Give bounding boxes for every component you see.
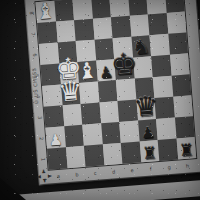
board-square-h1: ♜ xyxy=(176,137,196,159)
board-square-f2: ♟ xyxy=(138,119,158,141)
rank-label: 8 xyxy=(21,8,43,18)
board-square-h4 xyxy=(171,74,191,96)
board-square-g2 xyxy=(156,118,176,140)
file-label: h xyxy=(178,161,197,170)
board-square-c7 xyxy=(74,19,94,41)
board-square-b4: ♛ xyxy=(61,83,81,105)
pawn-logo-icon: ♟ xyxy=(42,178,47,183)
board-square-e5: ♚ xyxy=(114,58,134,80)
board-square-e7 xyxy=(111,16,131,38)
file-label: d xyxy=(104,167,123,176)
board-square-b2 xyxy=(64,125,84,147)
board-square-f3: ♛ xyxy=(136,98,156,120)
board-square-g4 xyxy=(153,76,173,98)
black-knight: ♞ xyxy=(131,36,150,57)
board-square-g1 xyxy=(158,139,178,161)
board-square-b7 xyxy=(56,20,76,42)
board-square-d3 xyxy=(99,101,119,123)
board-square-h5 xyxy=(170,53,190,75)
board-square-d1 xyxy=(102,143,122,165)
rank-label: 6 xyxy=(24,50,46,60)
board-square-g7 xyxy=(148,13,168,35)
mat-edge-band xyxy=(0,179,200,200)
chess-board: ♝♞♚♝♟♚♛♛♟♟♜♜ abcdefgh 87654321 © US CHES… xyxy=(25,0,200,184)
board-square-f1: ♜ xyxy=(139,140,159,162)
pawn-logo-icon: ♟ xyxy=(41,169,46,174)
board-square-f5 xyxy=(133,56,153,78)
board-square-c6 xyxy=(76,40,96,62)
rank-label: 7 xyxy=(22,29,44,39)
board-square-d4 xyxy=(97,80,117,102)
board-square-e4 xyxy=(116,79,136,101)
board-square-b5: ♚ xyxy=(59,62,79,84)
board-square-d8 xyxy=(91,0,111,19)
board-square-e2 xyxy=(119,121,139,143)
board-grid: ♝♞♚♝♟♚♛♛♟♟♜♜ xyxy=(35,0,196,170)
file-label: f xyxy=(141,164,160,173)
rank-label: 1 xyxy=(32,155,54,165)
black-rook: ♜ xyxy=(179,142,195,159)
black-pawn: ♟ xyxy=(99,65,114,81)
board-square-c8 xyxy=(72,0,92,20)
photo-of-chess-board: ♝♞♚♝♟♚♛♛♟♟♜♜ abcdefgh 87654321 © US CHES… xyxy=(0,0,200,200)
board-square-c3 xyxy=(81,102,101,124)
us-chess-pawns-logo-icon: ♟ ♟ ♟ ♟ xyxy=(38,170,51,183)
black-rook: ♜ xyxy=(142,145,158,162)
board-square-g3 xyxy=(154,97,174,119)
board-square-d5: ♟ xyxy=(96,59,116,81)
rank-label: 3 xyxy=(29,113,51,123)
board-square-c1 xyxy=(84,144,104,166)
board-square-h7 xyxy=(166,11,186,33)
board-square-g6 xyxy=(149,34,169,56)
board-square-h6 xyxy=(168,32,188,54)
white-bishop: ♝ xyxy=(77,60,98,83)
board-square-c2 xyxy=(82,123,102,145)
board-square-e6 xyxy=(113,37,133,59)
board-square-g5 xyxy=(151,55,171,77)
pawn-logo-icon: ♟ xyxy=(37,174,42,179)
board-square-e3 xyxy=(117,100,137,122)
board-square-c5: ♝ xyxy=(77,61,97,83)
board-square-h2 xyxy=(174,116,194,138)
file-label: c xyxy=(86,168,105,177)
file-label: g xyxy=(160,162,179,171)
pawn-logo-icon: ♟ xyxy=(46,173,51,178)
board-square-h3 xyxy=(173,95,193,117)
board-square-b1 xyxy=(65,146,85,168)
rank-label: 2 xyxy=(30,134,52,144)
board-square-d6 xyxy=(94,38,114,60)
board-square-f6: ♞ xyxy=(131,35,151,57)
file-label: e xyxy=(123,165,142,174)
board-square-f4 xyxy=(134,77,154,99)
board-square-f8 xyxy=(128,0,148,16)
board-square-b3 xyxy=(62,104,82,126)
board-square-f7 xyxy=(129,14,149,36)
board-square-b6 xyxy=(57,41,77,63)
board-square-d2 xyxy=(101,122,121,144)
file-label: b xyxy=(67,170,86,179)
board-square-e8 xyxy=(109,0,129,17)
board-square-b8 xyxy=(54,0,74,22)
board-square-c4 xyxy=(79,82,99,104)
board-square-e1 xyxy=(121,141,141,163)
black-pawn: ♟ xyxy=(141,125,156,141)
board-square-d7 xyxy=(92,17,112,39)
